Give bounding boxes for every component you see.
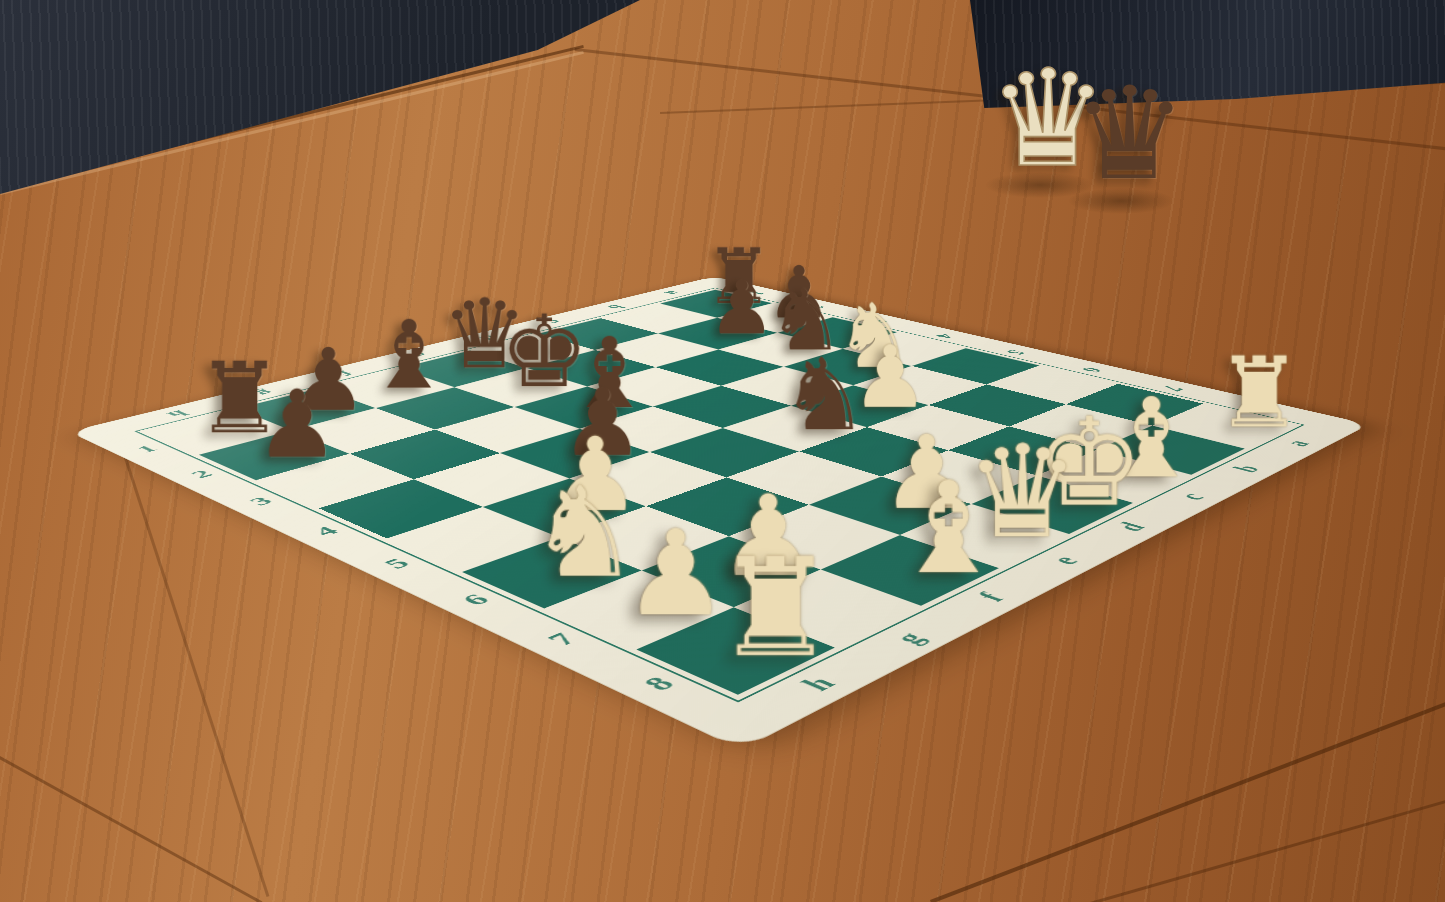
spare-queen-brown[interactable]: ♛ [1072, 70, 1187, 198]
piece-brown-knight-d5[interactable]: ♞ [773, 345, 876, 444]
piece-cream-rook-h8[interactable]: ♜ [704, 541, 847, 677]
coordinate-label-1: 1 [102, 433, 193, 467]
board-squares: ♜♟♝♛♜♟♚♟♟♝♞♟♞♟♞♟♞♟♟♟♜♝♛♚♝♜ [146, 290, 1294, 695]
piece-brown-pawn-h2[interactable]: ♟ [243, 378, 351, 472]
piece-cream-rook-a8[interactable]: ♜ [1208, 345, 1311, 442]
chessboard: ♜♟♝♛♜♟♚♟♟♝♞♟♞♟♞♟♞♟♟♟♜♝♛♚♝♜ hgfedcba hgfe… [68, 276, 1369, 750]
piece-cream-bishop-f8[interactable]: ♝ [884, 465, 1013, 592]
scene: ♜♟♝♛♜♟♚♟♟♝♞♟♞♟♞♟♞♟♟♟♜♝♛♚♝♜ hgfedcba hgfe… [0, 0, 1445, 902]
